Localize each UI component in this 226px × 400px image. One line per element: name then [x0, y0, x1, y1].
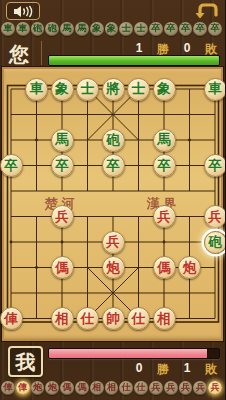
tray-piece: 炮	[45, 381, 59, 395]
red-piece[interactable]: 兵	[204, 205, 226, 228]
red-piece[interactable]: 相	[51, 307, 74, 330]
tray-piece: 兵	[179, 381, 193, 395]
sound-button[interactable]	[6, 2, 40, 20]
tray-piece: 卒	[193, 22, 207, 36]
me-stats: 0 勝 1 敗	[135, 361, 217, 378]
tray-piece: 象	[105, 22, 119, 36]
red-piece[interactable]: 傌	[51, 256, 74, 279]
black-piece[interactable]: 馬	[51, 129, 74, 152]
me-time-bar-fill	[49, 349, 207, 358]
top-bar	[0, 0, 225, 20]
tray-piece: 馬	[75, 22, 89, 36]
speaker-icon	[13, 5, 33, 18]
tray-piece: 俥	[16, 381, 30, 395]
tray-piece: 炮	[31, 381, 45, 395]
tray-piece: 兵	[208, 381, 222, 395]
tray-piece: 士	[134, 22, 148, 36]
tray-piece: 象	[90, 22, 104, 36]
red-piece[interactable]: 相	[153, 307, 176, 330]
black-piece[interactable]: 象	[51, 78, 74, 101]
tray-piece: 相	[90, 381, 104, 395]
back-button[interactable]	[193, 1, 221, 19]
red-piece[interactable]: 仕	[127, 307, 150, 330]
tray-piece: 車	[16, 22, 30, 36]
tray-piece: 卒	[179, 22, 193, 36]
black-piece[interactable]: 馬	[153, 129, 176, 152]
black-piece[interactable]: 卒	[204, 154, 226, 177]
me-loss-label: 敗	[205, 361, 217, 378]
black-captured-tray: 車車砲砲馬馬象象士士卒卒卒卒卒	[1, 22, 224, 37]
black-piece[interactable]: 卒	[153, 154, 176, 177]
tray-piece: 傌	[60, 381, 74, 395]
tray-piece: 仕	[119, 381, 133, 395]
me-row: 我 0 勝 1 敗	[0, 342, 225, 379]
red-piece[interactable]: 炮	[102, 256, 125, 279]
red-piece[interactable]: 兵	[102, 231, 125, 254]
tray-piece: 砲	[45, 22, 59, 36]
tray-piece: 馬	[60, 22, 74, 36]
tray-piece: 車	[1, 22, 15, 36]
red-piece[interactable]: 俥	[0, 307, 23, 330]
me-win-count: 0	[135, 361, 143, 378]
pieces-layer: 車象士將士象車馬砲馬卒卒卒卒卒兵兵兵兵砲傌炮傌炮俥相仕帥仕相	[2, 67, 223, 341]
black-piece[interactable]: 卒	[102, 154, 125, 177]
tray-piece: 卒	[149, 22, 163, 36]
tray-piece: 傌	[75, 381, 89, 395]
divider	[41, 41, 42, 65]
me-loss-count: 1	[183, 361, 191, 378]
tray-piece: 卒	[164, 22, 178, 36]
me-win-label: 勝	[157, 361, 169, 378]
red-piece[interactable]: 仕	[76, 307, 99, 330]
opponent-time-bar-fill	[49, 56, 219, 65]
black-piece[interactable]: 象	[153, 78, 176, 101]
black-piece[interactable]: 將	[102, 78, 125, 101]
black-piece[interactable]: 砲	[204, 231, 226, 254]
tray-piece: 兵	[149, 381, 163, 395]
me-time-bar	[48, 348, 220, 359]
red-piece[interactable]: 兵	[153, 205, 176, 228]
tray-piece: 士	[119, 22, 133, 36]
red-captured-tray: 俥俥炮炮傌傌相相仕仕兵兵兵兵兵	[1, 381, 224, 396]
xiangqi-board[interactable]: 楚河漢界 車象士將士象車馬砲馬卒卒卒卒卒兵兵兵兵砲傌炮傌炮俥相仕帥仕相	[1, 66, 224, 342]
black-piece[interactable]: 士	[127, 78, 150, 101]
return-icon	[195, 2, 219, 19]
red-piece[interactable]: 炮	[178, 256, 201, 279]
opponent-row: 您 1 勝 0 敗	[0, 40, 225, 66]
app-root: 車車砲砲馬馬象象士士卒卒卒卒卒 您 1 勝 0 敗 楚河漢界 車象士將士象車馬砲…	[0, 0, 225, 400]
opponent-label: 您	[9, 44, 29, 64]
black-piece[interactable]: 卒	[0, 154, 23, 177]
tray-piece: 砲	[31, 22, 45, 36]
black-piece[interactable]: 車	[204, 78, 226, 101]
tray-piece: 相	[105, 381, 119, 395]
tray-piece: 卒	[208, 22, 222, 36]
me-box: 我	[8, 346, 43, 377]
black-piece[interactable]: 砲	[102, 129, 125, 152]
black-piece[interactable]: 士	[76, 78, 99, 101]
tray-piece: 仕	[134, 381, 148, 395]
red-piece[interactable]: 帥	[102, 307, 125, 330]
black-piece[interactable]: 卒	[51, 154, 74, 177]
tray-piece: 兵	[164, 381, 178, 395]
tray-piece: 兵	[193, 381, 207, 395]
opponent-time-bar	[48, 55, 220, 66]
me-label: 我	[16, 352, 36, 372]
black-piece[interactable]: 車	[25, 78, 48, 101]
red-piece[interactable]: 傌	[153, 256, 176, 279]
tray-piece: 俥	[1, 381, 15, 395]
red-piece[interactable]: 兵	[51, 205, 74, 228]
